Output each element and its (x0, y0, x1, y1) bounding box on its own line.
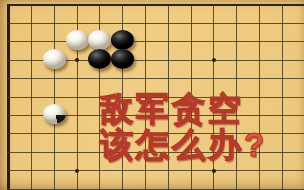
grid-line-horizontal (7, 170, 304, 171)
white-stone (66, 30, 89, 50)
half-marked-stone (43, 104, 66, 124)
star-point (75, 58, 79, 62)
black-stone (88, 49, 111, 69)
white-stone (43, 49, 66, 69)
go-board[interactable]: 敌军贪空 该怎么办? (0, 0, 304, 190)
problem-caption: 敌军贪空 该怎么办? (100, 91, 267, 163)
grid-line-horizontal (7, 41, 304, 42)
white-stone (88, 30, 111, 50)
star-point (212, 169, 216, 173)
black-stone (111, 49, 134, 69)
grid-line-horizontal (7, 23, 304, 24)
black-stone (111, 30, 134, 50)
grid-line-horizontal (7, 189, 304, 190)
caption-line-1: 敌军贪空 (100, 91, 267, 127)
star-point (212, 58, 216, 62)
caption-line-2: 该怎么办? (100, 127, 267, 163)
grid-line-horizontal (7, 4, 304, 6)
grid-line-horizontal (7, 78, 304, 79)
black-wedge-marker (43, 104, 66, 124)
star-point (75, 169, 79, 173)
